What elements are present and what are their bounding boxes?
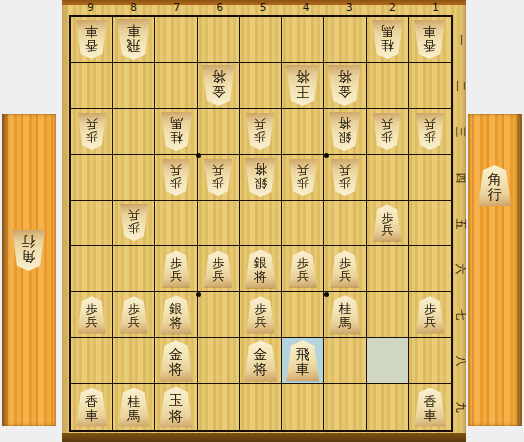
sente-komadai: 角行	[468, 114, 522, 426]
star-point	[324, 292, 329, 297]
piece-lance[interactable]: 香車	[413, 388, 446, 427]
board-cell-6g[interactable]	[198, 292, 240, 338]
board-cell-9c[interactable]: 歩兵	[71, 109, 113, 155]
board-cell-3g[interactable]: 桂馬	[324, 292, 366, 338]
piece-pawn[interactable]: 歩兵	[245, 113, 275, 150]
board-cell-8e[interactable]: 歩兵	[113, 201, 155, 247]
board-cell-3h[interactable]	[324, 338, 366, 384]
gote-komadai: 角行	[2, 114, 56, 426]
piece-pawn[interactable]: 歩兵	[330, 250, 360, 287]
board-cell-5g[interactable]: 歩兵	[240, 292, 282, 338]
file-label-1: 1	[414, 1, 457, 14]
board-bottom-edge	[62, 433, 466, 442]
file-label-7: 7	[155, 1, 198, 14]
board-cell-5h[interactable]: 金将	[240, 338, 282, 384]
piece-rook[interactable]: 飛車	[285, 340, 320, 381]
piece-gold[interactable]: 金将	[327, 65, 362, 106]
board-cell-7b[interactable]	[155, 63, 197, 109]
piece-silver[interactable]: 銀将	[160, 295, 193, 334]
board-cell-3c[interactable]: 銀将	[324, 109, 366, 155]
board-cell-7c[interactable]: 桂馬	[155, 109, 197, 155]
board-cell-5i[interactable]	[240, 384, 282, 430]
board-cell-7h[interactable]: 金将	[155, 338, 197, 384]
board-cell-2h[interactable]	[367, 338, 409, 384]
board-cell-8i[interactable]: 桂馬	[113, 384, 155, 430]
board-cell-1e[interactable]	[409, 201, 451, 247]
board-cell-8f[interactable]	[113, 246, 155, 292]
board-cell-7f[interactable]: 歩兵	[155, 246, 197, 292]
piece-gold[interactable]: 金将	[243, 340, 278, 381]
piece-pawn[interactable]: 歩兵	[372, 113, 402, 150]
piece-lance[interactable]: 香車	[413, 20, 446, 59]
board-cell-9h[interactable]	[71, 338, 113, 384]
board-cell-5d[interactable]: 銀将	[240, 155, 282, 201]
board-cell-5b[interactable]	[240, 63, 282, 109]
piece-knight[interactable]: 桂馬	[117, 388, 150, 427]
piece-silver[interactable]: 銀将	[244, 249, 277, 288]
rank-labels: 一二三四五六七八九	[454, 17, 467, 430]
piece-pawn[interactable]: 歩兵	[372, 204, 402, 241]
file-label-3: 3	[328, 1, 371, 14]
board-cell-9f[interactable]	[71, 246, 113, 292]
piece-pawn[interactable]: 歩兵	[203, 250, 233, 287]
file-label-4: 4	[285, 1, 328, 14]
board-cell-6f[interactable]: 歩兵	[198, 246, 240, 292]
piece-knight[interactable]: 桂馬	[160, 112, 193, 151]
board-cell-2d[interactable]	[367, 155, 409, 201]
board-cell-5c[interactable]: 歩兵	[240, 109, 282, 155]
board-cell-1i[interactable]: 香車	[409, 384, 451, 430]
board-cell-9i[interactable]: 香車	[71, 384, 113, 430]
board-cell-1f[interactable]	[409, 246, 451, 292]
board-cell-9a[interactable]: 香車	[71, 17, 113, 63]
file-label-9: 9	[69, 1, 112, 14]
board-cell-8g[interactable]: 歩兵	[113, 292, 155, 338]
board-cell-6i[interactable]	[198, 384, 240, 430]
board-cell-8h[interactable]	[113, 338, 155, 384]
piece-pawn[interactable]: 歩兵	[77, 296, 107, 333]
piece-lance[interactable]: 香車	[75, 20, 108, 59]
board-cell-2e[interactable]: 歩兵	[367, 201, 409, 247]
board-cell-7e[interactable]	[155, 201, 197, 247]
piece-pawn[interactable]: 歩兵	[119, 204, 149, 241]
board-cell-1d[interactable]	[409, 155, 451, 201]
board-cell-4g[interactable]	[282, 292, 324, 338]
board-cell-6c[interactable]	[198, 109, 240, 155]
board-cell-1h[interactable]	[409, 338, 451, 384]
board-cell-6b[interactable]: 金将	[198, 63, 240, 109]
file-labels: 987654321	[69, 1, 457, 14]
board-cell-8d[interactable]	[113, 155, 155, 201]
file-label-8: 8	[112, 1, 155, 14]
board-cell-4a[interactable]	[282, 17, 324, 63]
board-cell-8c[interactable]	[113, 109, 155, 155]
piece-pawn[interactable]: 歩兵	[77, 113, 107, 150]
file-label-6: 6	[198, 1, 241, 14]
board-cell-1g[interactable]: 歩兵	[409, 292, 451, 338]
shogi-board-screen: 987654321 一二三四五六七八九 香車飛車桂馬香車金将王将金将歩兵桂馬歩兵…	[0, 0, 524, 442]
piece-pawn[interactable]: 歩兵	[415, 113, 445, 150]
board-cell-9d[interactable]	[71, 155, 113, 201]
board-cell-1b[interactable]	[409, 63, 451, 109]
star-point	[196, 153, 201, 158]
piece-bishop[interactable]: 角行	[477, 165, 512, 206]
star-point	[196, 292, 201, 297]
piece-king[interactable]: 玉将	[159, 387, 194, 428]
piece-pawn[interactable]: 歩兵	[288, 159, 318, 196]
star-point	[324, 153, 329, 158]
board-cell-5a[interactable]	[240, 17, 282, 63]
board-cell-8a[interactable]: 飛車	[113, 17, 155, 63]
board-cell-4c[interactable]	[282, 109, 324, 155]
board-cell-6d[interactable]: 歩兵	[198, 155, 240, 201]
board-cell-3e[interactable]	[324, 201, 366, 247]
board-grid: 香車飛車桂馬香車金将王将金将歩兵桂馬歩兵銀将歩兵歩兵歩兵歩兵銀将歩兵歩兵歩兵歩兵…	[69, 15, 453, 432]
board-cell-1c[interactable]: 歩兵	[409, 109, 451, 155]
board-cell-2a[interactable]: 桂馬	[367, 17, 409, 63]
piece-pawn[interactable]: 歩兵	[161, 159, 191, 196]
piece-gold[interactable]: 金将	[159, 340, 194, 381]
board-cell-5e[interactable]	[240, 201, 282, 247]
piece-pawn[interactable]: 歩兵	[330, 159, 360, 196]
board-cell-3a[interactable]	[324, 17, 366, 63]
board-cell-4f[interactable]: 歩兵	[282, 246, 324, 292]
board-cell-2i[interactable]	[367, 384, 409, 430]
piece-pawn[interactable]: 歩兵	[288, 250, 318, 287]
board-cell-4i[interactable]	[282, 384, 324, 430]
board-cell-2c[interactable]: 歩兵	[367, 109, 409, 155]
board-cell-7d[interactable]: 歩兵	[155, 155, 197, 201]
piece-knight[interactable]: 桂馬	[328, 295, 361, 334]
file-label-2: 2	[371, 1, 414, 14]
board-cell-8b[interactable]	[113, 63, 155, 109]
board-cell-4d[interactable]: 歩兵	[282, 155, 324, 201]
file-label-5: 5	[241, 1, 284, 14]
piece-pawn[interactable]: 歩兵	[415, 296, 445, 333]
piece-bishop[interactable]: 角行	[11, 230, 46, 271]
board-cell-2g[interactable]	[367, 292, 409, 338]
board-cell-9g[interactable]: 歩兵	[71, 292, 113, 338]
piece-pawn[interactable]: 歩兵	[119, 296, 149, 333]
piece-rook[interactable]: 飛車	[116, 19, 151, 60]
board-cell-2b[interactable]	[367, 63, 409, 109]
piece-silver[interactable]: 銀将	[328, 112, 361, 151]
board-cell-4h[interactable]: 飛車	[282, 338, 324, 384]
board-cell-3b[interactable]: 金将	[324, 63, 366, 109]
piece-silver[interactable]: 銀将	[244, 158, 277, 197]
piece-pawn[interactable]: 歩兵	[161, 250, 191, 287]
board-cell-4e[interactable]	[282, 201, 324, 247]
piece-lance[interactable]: 香車	[75, 388, 108, 427]
board-cell-2f[interactable]	[367, 246, 409, 292]
board-cell-6h[interactable]	[198, 338, 240, 384]
board-cell-3d[interactable]: 歩兵	[324, 155, 366, 201]
board-cell-6a[interactable]	[198, 17, 240, 63]
piece-knight[interactable]: 桂馬	[371, 20, 404, 59]
piece-gold[interactable]: 金将	[201, 65, 236, 106]
piece-king[interactable]: 王将	[285, 65, 320, 106]
board-cell-3f[interactable]: 歩兵	[324, 246, 366, 292]
piece-pawn[interactable]: 歩兵	[245, 296, 275, 333]
board-cell-7i[interactable]: 玉将	[155, 384, 197, 430]
board-cell-6e[interactable]	[198, 201, 240, 247]
piece-pawn[interactable]: 歩兵	[203, 159, 233, 196]
board-cell-3i[interactable]	[324, 384, 366, 430]
board-cell-7a[interactable]	[155, 17, 197, 63]
board-cell-5f[interactable]: 銀将	[240, 246, 282, 292]
board-cell-1a[interactable]: 香車	[409, 17, 451, 63]
board-cell-9b[interactable]	[71, 63, 113, 109]
board-cell-9e[interactable]	[71, 201, 113, 247]
board-cell-7g[interactable]: 銀将	[155, 292, 197, 338]
board-cell-4b[interactable]: 王将	[282, 63, 324, 109]
